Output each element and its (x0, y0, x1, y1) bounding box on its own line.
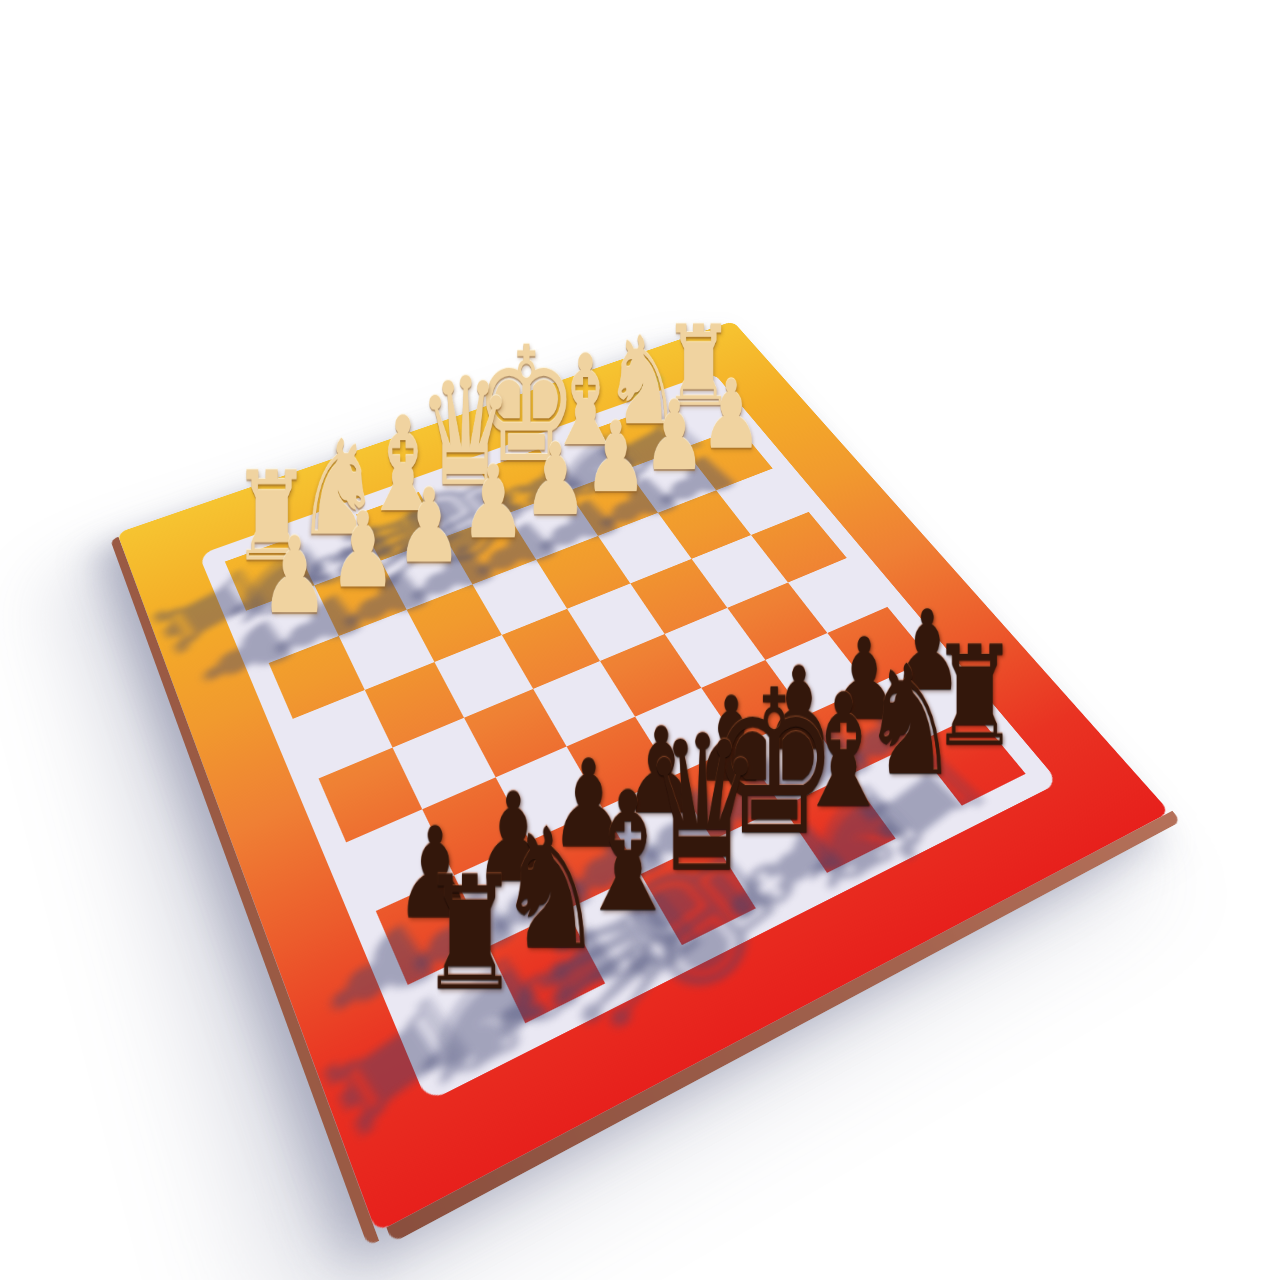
piece-glyph: ♜ (374, 855, 566, 1012)
chess-board: ♜♜♞♞♝♝♛♛♚♚♝♝♞♞♜♜♟♟♟♟♟♟♟♟♟♟♟♟♟♟♟♟♟♟♟♟♟♟♟♟… (117, 321, 1170, 1233)
scene: ♜♜♞♞♝♝♛♛♚♚♝♝♞♞♜♜♟♟♟♟♟♟♟♟♟♟♟♟♟♟♟♟♟♟♟♟♟♟♟♟… (0, 0, 1280, 1280)
